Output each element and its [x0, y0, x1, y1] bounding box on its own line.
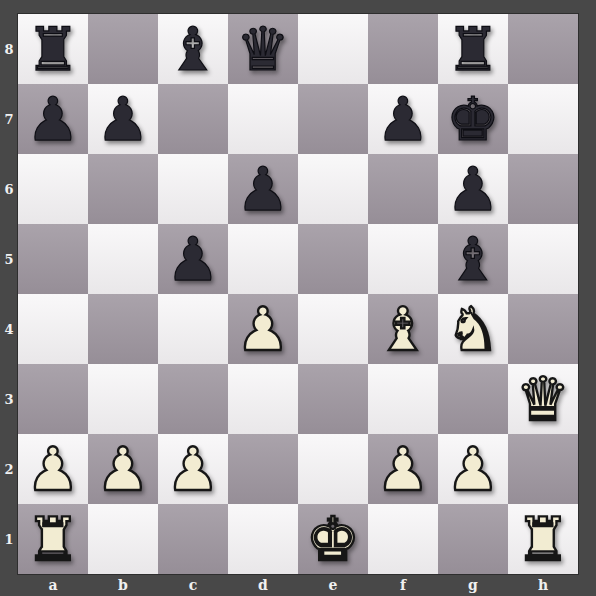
square-c2[interactable]: ♟ [158, 434, 228, 504]
square-b1[interactable] [88, 504, 158, 574]
square-b6[interactable] [88, 154, 158, 224]
square-b2[interactable]: ♟ [88, 434, 158, 504]
square-a3[interactable] [18, 364, 88, 434]
rank-label-8: 8 [0, 14, 18, 84]
square-b4[interactable] [88, 294, 158, 364]
file-label-e: e [298, 574, 368, 596]
square-h5[interactable] [508, 224, 578, 294]
square-h2[interactable] [508, 434, 578, 504]
square-c3[interactable] [158, 364, 228, 434]
square-f2[interactable]: ♟ [368, 434, 438, 504]
square-e6[interactable] [298, 154, 368, 224]
square-f8[interactable] [368, 14, 438, 84]
square-d5[interactable] [228, 224, 298, 294]
rank-label-3: 3 [0, 364, 18, 434]
square-f1[interactable] [368, 504, 438, 574]
square-b3[interactable] [88, 364, 158, 434]
piece-black-rook[interactable]: ♜ [26, 19, 80, 79]
square-e3[interactable] [298, 364, 368, 434]
piece-white-rook[interactable]: ♜ [516, 509, 570, 569]
square-a2[interactable]: ♟ [18, 434, 88, 504]
file-label-d: d [228, 574, 298, 596]
piece-black-pawn[interactable]: ♟ [26, 89, 80, 149]
piece-black-pawn[interactable]: ♟ [236, 159, 290, 219]
piece-white-king[interactable]: ♚ [306, 509, 360, 569]
square-b5[interactable] [88, 224, 158, 294]
piece-black-pawn[interactable]: ♟ [96, 89, 150, 149]
piece-white-bishop[interactable]: ♝ [376, 299, 430, 359]
piece-black-rook[interactable]: ♜ [446, 19, 500, 79]
piece-white-queen[interactable]: ♛ [516, 369, 570, 429]
square-h8[interactable] [508, 14, 578, 84]
piece-black-bishop[interactable]: ♝ [446, 229, 500, 289]
square-e7[interactable] [298, 84, 368, 154]
square-h6[interactable] [508, 154, 578, 224]
square-f5[interactable] [368, 224, 438, 294]
rank-label-5: 5 [0, 224, 18, 294]
rank-label-1: 1 [0, 504, 18, 574]
file-label-f: f [368, 574, 438, 596]
square-h4[interactable] [508, 294, 578, 364]
square-d7[interactable] [228, 84, 298, 154]
piece-black-king[interactable]: ♚ [446, 89, 500, 149]
square-c6[interactable] [158, 154, 228, 224]
square-c7[interactable] [158, 84, 228, 154]
square-e2[interactable] [298, 434, 368, 504]
square-c5[interactable]: ♟ [158, 224, 228, 294]
square-d1[interactable] [228, 504, 298, 574]
square-g5[interactable]: ♝ [438, 224, 508, 294]
rank-labels: 87654321 [0, 14, 18, 574]
square-e4[interactable] [298, 294, 368, 364]
square-f4[interactable]: ♝ [368, 294, 438, 364]
square-e8[interactable] [298, 14, 368, 84]
file-label-c: c [158, 574, 228, 596]
square-d6[interactable]: ♟ [228, 154, 298, 224]
square-g7[interactable]: ♚ [438, 84, 508, 154]
piece-white-rook[interactable]: ♜ [26, 509, 80, 569]
square-a7[interactable]: ♟ [18, 84, 88, 154]
square-c8[interactable]: ♝ [158, 14, 228, 84]
piece-white-pawn[interactable]: ♟ [236, 299, 290, 359]
square-d3[interactable] [228, 364, 298, 434]
piece-white-knight[interactable]: ♞ [446, 299, 500, 359]
file-label-g: g [438, 574, 508, 596]
square-g1[interactable] [438, 504, 508, 574]
square-e1[interactable]: ♚ [298, 504, 368, 574]
square-g6[interactable]: ♟ [438, 154, 508, 224]
file-label-b: b [88, 574, 158, 596]
square-d4[interactable]: ♟ [228, 294, 298, 364]
chess-board: ♜♝♛♜♟♟♟♚♟♟♟♝♟♝♞♛♟♟♟♟♟♜♚♜ [18, 14, 578, 574]
square-a6[interactable] [18, 154, 88, 224]
chess-board-frame: 87654321 ♜♝♛♜♟♟♟♚♟♟♟♝♟♝♞♛♟♟♟♟♟♜♚♜ abcdef… [0, 0, 596, 596]
rank-label-4: 4 [0, 294, 18, 364]
square-b8[interactable] [88, 14, 158, 84]
square-f6[interactable] [368, 154, 438, 224]
rank-label-2: 2 [0, 434, 18, 504]
file-label-a: a [18, 574, 88, 596]
square-h1[interactable]: ♜ [508, 504, 578, 574]
square-g4[interactable]: ♞ [438, 294, 508, 364]
square-h3[interactable]: ♛ [508, 364, 578, 434]
square-a1[interactable]: ♜ [18, 504, 88, 574]
piece-white-pawn[interactable]: ♟ [166, 439, 220, 499]
piece-black-bishop[interactable]: ♝ [166, 19, 220, 79]
piece-black-pawn[interactable]: ♟ [376, 89, 430, 149]
piece-black-queen[interactable]: ♛ [236, 19, 290, 79]
square-f7[interactable]: ♟ [368, 84, 438, 154]
square-d2[interactable] [228, 434, 298, 504]
rank-label-6: 6 [0, 154, 18, 224]
piece-white-pawn[interactable]: ♟ [26, 439, 80, 499]
piece-white-pawn[interactable]: ♟ [376, 439, 430, 499]
file-label-h: h [508, 574, 578, 596]
square-d8[interactable]: ♛ [228, 14, 298, 84]
square-b7[interactable]: ♟ [88, 84, 158, 154]
file-labels: abcdefgh [18, 574, 578, 596]
square-a8[interactable]: ♜ [18, 14, 88, 84]
square-g3[interactable] [438, 364, 508, 434]
piece-black-pawn[interactable]: ♟ [166, 229, 220, 289]
piece-black-pawn[interactable]: ♟ [446, 159, 500, 219]
piece-white-pawn[interactable]: ♟ [446, 439, 500, 499]
piece-white-pawn[interactable]: ♟ [96, 439, 150, 499]
square-f3[interactable] [368, 364, 438, 434]
rank-label-7: 7 [0, 84, 18, 154]
square-g2[interactable]: ♟ [438, 434, 508, 504]
square-g8[interactable]: ♜ [438, 14, 508, 84]
square-c4[interactable] [158, 294, 228, 364]
square-a5[interactable] [18, 224, 88, 294]
square-a4[interactable] [18, 294, 88, 364]
square-h7[interactable] [508, 84, 578, 154]
square-c1[interactable] [158, 504, 228, 574]
square-e5[interactable] [298, 224, 368, 294]
